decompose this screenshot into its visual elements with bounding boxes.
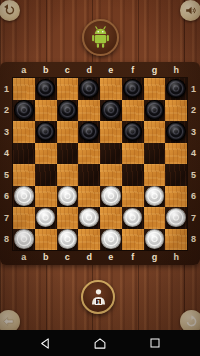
sound-button[interactable] xyxy=(180,0,200,21)
white-piece[interactable] xyxy=(101,229,120,248)
android-nav-bar xyxy=(0,330,200,356)
square-g5[interactable] xyxy=(144,164,166,186)
rank-label-4: 4 xyxy=(187,143,200,165)
file-labels-top: abcdefgh xyxy=(13,63,187,77)
back-triangle-icon xyxy=(39,337,52,350)
nav-recents-button[interactable] xyxy=(147,335,163,351)
board-grid xyxy=(13,78,187,250)
player-mode-badge[interactable]: 1 xyxy=(81,280,115,314)
square-b6[interactable] xyxy=(35,186,57,208)
rank-label-3: 3 xyxy=(0,121,13,143)
square-f4[interactable] xyxy=(122,143,144,165)
rank-label-3: 3 xyxy=(187,121,200,143)
home-house-icon xyxy=(93,337,107,350)
rank-label-1: 1 xyxy=(187,78,200,100)
nav-home-button[interactable] xyxy=(92,335,108,351)
square-g3[interactable] xyxy=(144,121,166,143)
black-piece[interactable] xyxy=(123,122,142,141)
square-d8[interactable] xyxy=(78,229,100,251)
file-labels-bottom: abcdefgh xyxy=(13,250,187,264)
recents-square-icon xyxy=(149,337,161,349)
file-label-b: b xyxy=(35,250,57,264)
white-piece[interactable] xyxy=(145,229,164,248)
square-a2[interactable] xyxy=(13,100,35,122)
square-h1[interactable] xyxy=(165,78,187,100)
square-e8[interactable] xyxy=(100,229,122,251)
square-h8[interactable] xyxy=(165,229,187,251)
black-piece[interactable] xyxy=(101,100,120,119)
square-c3[interactable] xyxy=(57,121,79,143)
speaker-icon xyxy=(184,4,197,17)
rank-label-4: 4 xyxy=(0,143,13,165)
square-f2[interactable] xyxy=(122,100,144,122)
white-piece[interactable] xyxy=(123,208,142,227)
black-piece[interactable] xyxy=(36,79,55,98)
left-arrow-icon xyxy=(2,315,15,328)
white-piece[interactable] xyxy=(14,229,33,248)
file-label-d: d xyxy=(78,63,100,77)
square-f7[interactable] xyxy=(122,207,144,229)
player-count-label: 1 xyxy=(96,298,99,304)
file-label-c: c xyxy=(57,63,79,77)
rank-label-5: 5 xyxy=(187,164,200,186)
file-label-d: d xyxy=(78,250,100,264)
rank-label-2: 2 xyxy=(0,100,13,122)
opponent-badge[interactable] xyxy=(82,19,119,56)
square-g1[interactable] xyxy=(144,78,166,100)
file-label-b: b xyxy=(35,63,57,77)
square-h7[interactable] xyxy=(165,207,187,229)
square-c7[interactable] xyxy=(57,207,79,229)
nav-back-button[interactable] xyxy=(37,335,53,351)
square-e7[interactable] xyxy=(100,207,122,229)
file-label-f: f xyxy=(122,63,144,77)
undo-button[interactable] xyxy=(0,0,20,21)
square-g6[interactable] xyxy=(144,186,166,208)
square-b2[interactable] xyxy=(35,100,57,122)
square-d6[interactable] xyxy=(78,186,100,208)
black-piece[interactable] xyxy=(79,122,98,141)
square-h6[interactable] xyxy=(165,186,187,208)
rank-label-6: 6 xyxy=(187,186,200,208)
file-label-e: e xyxy=(100,250,122,264)
rank-label-6: 6 xyxy=(0,186,13,208)
rank-labels-left: 12345678 xyxy=(0,78,13,250)
square-g7[interactable] xyxy=(144,207,166,229)
square-h5[interactable] xyxy=(165,164,187,186)
white-piece[interactable] xyxy=(58,229,77,248)
square-d1[interactable] xyxy=(78,78,100,100)
rank-label-1: 1 xyxy=(0,78,13,100)
square-a4[interactable] xyxy=(13,143,35,165)
rank-label-2: 2 xyxy=(187,100,200,122)
square-a7[interactable] xyxy=(13,207,35,229)
square-g2[interactable] xyxy=(144,100,166,122)
square-b8[interactable] xyxy=(35,229,57,251)
square-h2[interactable] xyxy=(165,100,187,122)
rank-label-7: 7 xyxy=(187,207,200,229)
square-a5[interactable] xyxy=(13,164,35,186)
file-label-f: f xyxy=(122,250,144,264)
square-b7[interactable] xyxy=(35,207,57,229)
square-c6[interactable] xyxy=(57,186,79,208)
square-e1[interactable] xyxy=(100,78,122,100)
square-h3[interactable] xyxy=(165,121,187,143)
square-c1[interactable] xyxy=(57,78,79,100)
file-label-e: e xyxy=(100,63,122,77)
square-e3[interactable] xyxy=(100,121,122,143)
square-a1[interactable] xyxy=(13,78,35,100)
square-b1[interactable] xyxy=(35,78,57,100)
square-g4[interactable] xyxy=(144,143,166,165)
black-piece[interactable] xyxy=(58,100,77,119)
square-a3[interactable] xyxy=(13,121,35,143)
black-piece[interactable] xyxy=(166,79,185,98)
square-c2[interactable] xyxy=(57,100,79,122)
person-icon: 1 xyxy=(88,287,109,308)
black-piece[interactable] xyxy=(145,100,164,119)
rank-label-8: 8 xyxy=(187,229,200,251)
rank-labels-right: 12345678 xyxy=(187,78,200,250)
circular-arrow-icon xyxy=(185,315,198,328)
undo-arrow-icon xyxy=(3,4,16,17)
square-b5[interactable] xyxy=(35,164,57,186)
file-label-h: h xyxy=(165,250,187,264)
file-label-h: h xyxy=(165,63,187,77)
black-piece[interactable] xyxy=(36,122,55,141)
white-piece[interactable] xyxy=(79,208,98,227)
square-f3[interactable] xyxy=(122,121,144,143)
square-f5[interactable] xyxy=(122,164,144,186)
file-label-g: g xyxy=(144,63,166,77)
square-c8[interactable] xyxy=(57,229,79,251)
black-piece[interactable] xyxy=(166,122,185,141)
square-d4[interactable] xyxy=(78,143,100,165)
white-piece[interactable] xyxy=(36,208,55,227)
square-a8[interactable] xyxy=(13,229,35,251)
black-piece[interactable] xyxy=(79,79,98,98)
square-c5[interactable] xyxy=(57,164,79,186)
white-piece[interactable] xyxy=(145,186,164,205)
square-d3[interactable] xyxy=(78,121,100,143)
square-e2[interactable] xyxy=(100,100,122,122)
rank-label-8: 8 xyxy=(0,229,13,251)
file-label-g: g xyxy=(144,250,166,264)
file-label-a: a xyxy=(13,250,35,264)
square-a6[interactable] xyxy=(13,186,35,208)
square-e6[interactable] xyxy=(100,186,122,208)
screen: abcdefgh abcdefgh 12345678 12345678 1 xyxy=(0,0,200,356)
square-b3[interactable] xyxy=(35,121,57,143)
square-g8[interactable] xyxy=(144,229,166,251)
white-piece[interactable] xyxy=(166,208,185,227)
white-piece[interactable] xyxy=(101,186,120,205)
white-piece[interactable] xyxy=(14,186,33,205)
square-d2[interactable] xyxy=(78,100,100,122)
square-e4[interactable] xyxy=(100,143,122,165)
square-d7[interactable] xyxy=(78,207,100,229)
black-piece[interactable] xyxy=(14,100,33,119)
black-piece[interactable] xyxy=(123,79,142,98)
file-label-c: c xyxy=(57,250,79,264)
square-f8[interactable] xyxy=(122,229,144,251)
square-b4[interactable] xyxy=(35,143,57,165)
android-robot-icon xyxy=(90,26,111,49)
rank-label-7: 7 xyxy=(0,207,13,229)
square-c4[interactable] xyxy=(57,143,79,165)
square-f1[interactable] xyxy=(122,78,144,100)
square-f6[interactable] xyxy=(122,186,144,208)
white-piece[interactable] xyxy=(58,186,77,205)
square-e5[interactable] xyxy=(100,164,122,186)
file-label-a: a xyxy=(13,63,35,77)
square-d5[interactable] xyxy=(78,164,100,186)
square-h4[interactable] xyxy=(165,143,187,165)
rank-label-5: 5 xyxy=(0,164,13,186)
